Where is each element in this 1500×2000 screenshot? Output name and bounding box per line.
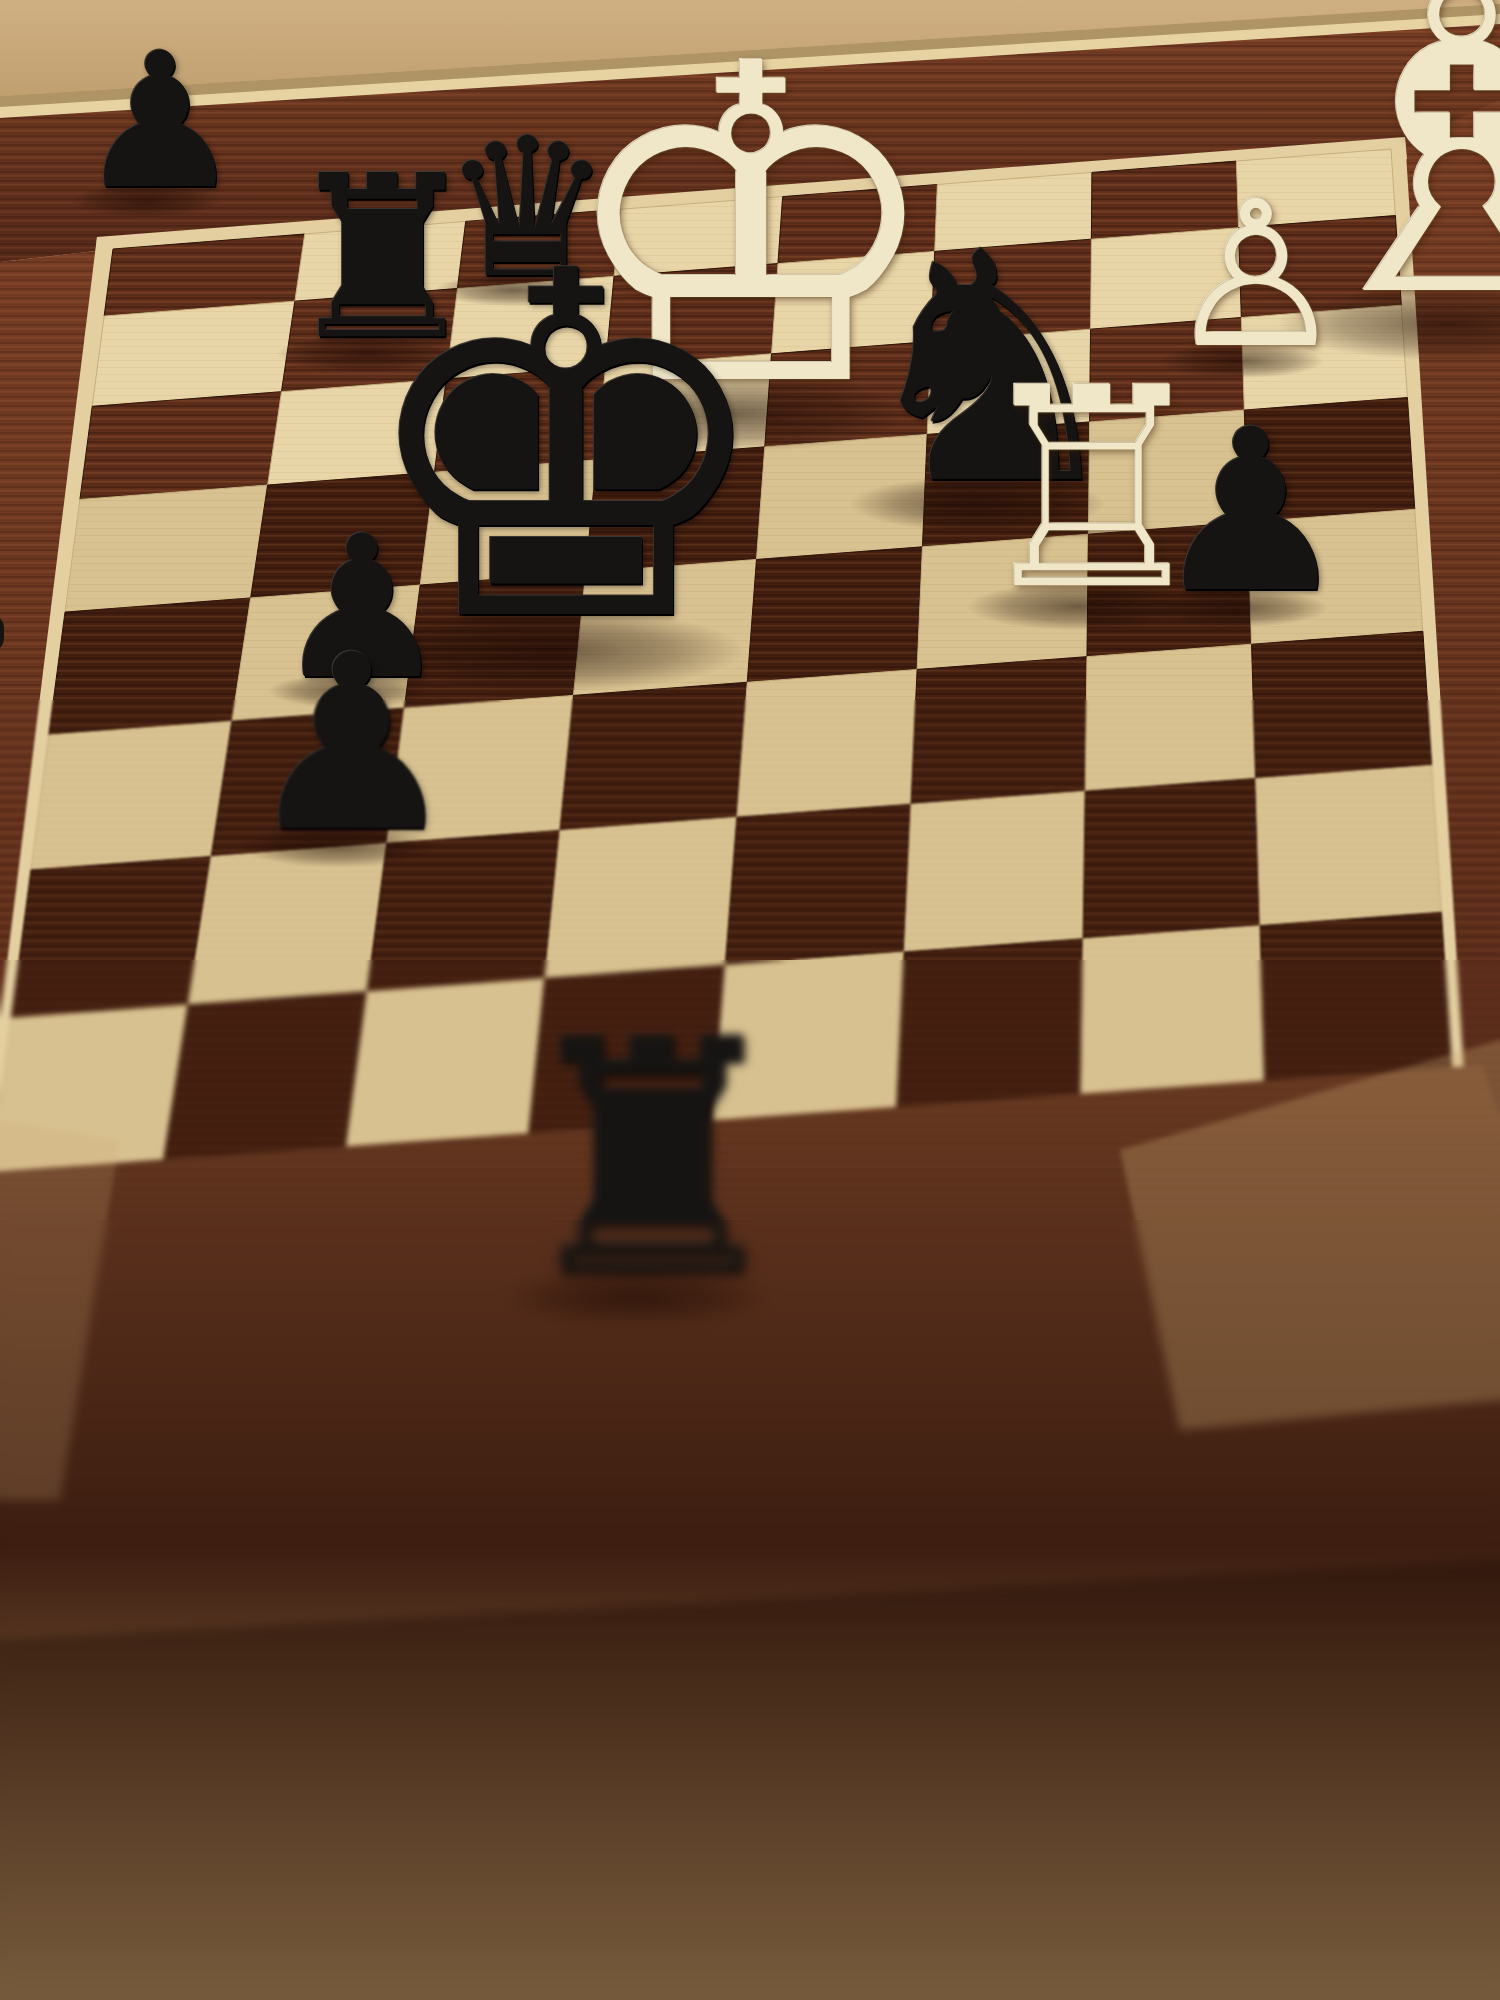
focus-falloff-foreground [0, 1220, 1500, 2000]
piece-g4-black-pawn: ♟ [1139, 400, 1363, 624]
chess-photo-recreation: ♟♛♗♜♙♔♞♖♟♚♟♟♜ [0, 0, 1500, 2000]
offboard-black-pawn: ♟ [67, 28, 254, 215]
offboard-black-piece-cut-off [0, 614, 4, 652]
focus-falloff-near [0, 960, 1500, 1220]
focus-falloff-mid [0, 700, 1500, 960]
